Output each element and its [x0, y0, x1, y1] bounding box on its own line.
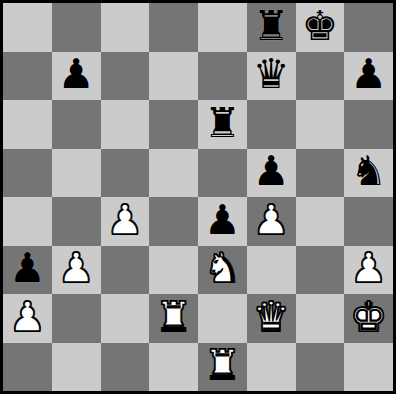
square-c3[interactable] [101, 246, 150, 295]
square-f1[interactable] [247, 343, 296, 392]
square-e2[interactable] [198, 294, 247, 343]
square-a6[interactable] [3, 100, 52, 149]
square-g2[interactable] [296, 294, 345, 343]
square-b7[interactable]: ♟ [52, 52, 101, 101]
square-a8[interactable] [3, 3, 52, 52]
square-h2[interactable]: ♚ [344, 294, 393, 343]
square-h5[interactable]: ♞ [344, 149, 393, 198]
square-c4[interactable]: ♟ [101, 197, 150, 246]
square-a7[interactable] [3, 52, 52, 101]
white-king-piece[interactable]: ♚ [350, 297, 387, 338]
square-b2[interactable] [52, 294, 101, 343]
square-h4[interactable] [344, 197, 393, 246]
black-pawn-piece[interactable]: ♟ [350, 54, 387, 95]
square-b4[interactable] [52, 197, 101, 246]
square-c7[interactable] [101, 52, 150, 101]
square-f3[interactable] [247, 246, 296, 295]
square-g5[interactable] [296, 149, 345, 198]
square-d7[interactable] [149, 52, 198, 101]
black-pawn-piece[interactable]: ♟ [58, 54, 95, 95]
square-h1[interactable] [344, 343, 393, 392]
square-c8[interactable] [101, 3, 150, 52]
white-rook-piece[interactable]: ♜ [155, 297, 192, 338]
square-f4[interactable]: ♟ [247, 197, 296, 246]
square-d5[interactable] [149, 149, 198, 198]
black-pawn-piece[interactable]: ♟ [204, 200, 241, 241]
square-e5[interactable] [198, 149, 247, 198]
square-b6[interactable] [52, 100, 101, 149]
white-rook-piece[interactable]: ♜ [204, 345, 241, 386]
square-c1[interactable] [101, 343, 150, 392]
black-pawn-piece[interactable]: ♟ [9, 248, 46, 289]
square-g8[interactable]: ♚ [296, 3, 345, 52]
square-d2[interactable]: ♜ [149, 294, 198, 343]
white-pawn-piece[interactable]: ♟ [253, 200, 290, 241]
square-c2[interactable] [101, 294, 150, 343]
white-pawn-piece[interactable]: ♟ [106, 200, 143, 241]
black-knight-piece[interactable]: ♞ [350, 151, 387, 192]
square-a4[interactable] [3, 197, 52, 246]
square-b3[interactable]: ♟ [52, 246, 101, 295]
square-b8[interactable] [52, 3, 101, 52]
white-pawn-piece[interactable]: ♟ [9, 297, 46, 338]
square-e3[interactable]: ♞ [198, 246, 247, 295]
square-f5[interactable]: ♟ [247, 149, 296, 198]
square-g1[interactable] [296, 343, 345, 392]
black-queen-piece[interactable]: ♛ [253, 54, 290, 95]
square-g4[interactable] [296, 197, 345, 246]
square-h3[interactable]: ♟ [344, 246, 393, 295]
square-h7[interactable]: ♟ [344, 52, 393, 101]
chess-board: ♜♚♟♛♟♜♟♞♟♟♟♟♟♞♟♟♜♛♚♜ [3, 3, 393, 391]
square-d3[interactable] [149, 246, 198, 295]
square-f7[interactable]: ♛ [247, 52, 296, 101]
square-e6[interactable]: ♜ [198, 100, 247, 149]
square-d4[interactable] [149, 197, 198, 246]
square-a5[interactable] [3, 149, 52, 198]
square-f2[interactable]: ♛ [247, 294, 296, 343]
square-g3[interactable] [296, 246, 345, 295]
square-c6[interactable] [101, 100, 150, 149]
square-g7[interactable] [296, 52, 345, 101]
square-c5[interactable] [101, 149, 150, 198]
white-queen-piece[interactable]: ♛ [253, 297, 290, 338]
black-pawn-piece[interactable]: ♟ [253, 151, 290, 192]
square-a2[interactable]: ♟ [3, 294, 52, 343]
square-d1[interactable] [149, 343, 198, 392]
square-e1[interactable]: ♜ [198, 343, 247, 392]
white-knight-piece[interactable]: ♞ [204, 248, 241, 289]
square-h8[interactable] [344, 3, 393, 52]
square-e8[interactable] [198, 3, 247, 52]
square-d6[interactable] [149, 100, 198, 149]
square-a1[interactable] [3, 343, 52, 392]
square-b5[interactable] [52, 149, 101, 198]
chess-board-frame: ♜♚♟♛♟♜♟♞♟♟♟♟♟♞♟♟♜♛♚♜ [0, 0, 396, 394]
square-a3[interactable]: ♟ [3, 246, 52, 295]
square-g6[interactable] [296, 100, 345, 149]
white-pawn-piece[interactable]: ♟ [58, 248, 95, 289]
square-f8[interactable]: ♜ [247, 3, 296, 52]
square-f6[interactable] [247, 100, 296, 149]
square-e7[interactable] [198, 52, 247, 101]
square-d8[interactable] [149, 3, 198, 52]
square-h6[interactable] [344, 100, 393, 149]
black-king-piece[interactable]: ♚ [301, 6, 338, 47]
black-rook-piece[interactable]: ♜ [204, 103, 241, 144]
square-e4[interactable]: ♟ [198, 197, 247, 246]
white-pawn-piece[interactable]: ♟ [350, 248, 387, 289]
black-rook-piece[interactable]: ♜ [253, 6, 290, 47]
square-b1[interactable] [52, 343, 101, 392]
